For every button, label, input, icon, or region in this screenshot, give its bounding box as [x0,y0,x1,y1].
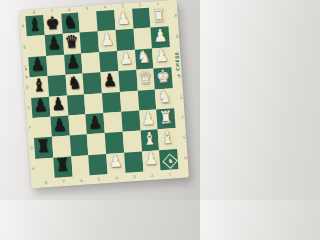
board-grid: ♝♚♞♟♜♟♛♟♟♟♟♟♞♟♝♞♟♛♚♟♟♞♟♟♟♜♜♝♝♜♟♟ [25,6,178,179]
black-pawn[interactable]: ♟ [51,96,66,114]
board-cell-h7[interactable]: ♜ [53,156,72,178]
fastener-dot [25,68,27,70]
black-pawn[interactable]: ♟ [103,72,118,90]
board-cell-h2[interactable]: ♟ [142,150,161,172]
coordinate-label: B [23,45,26,49]
white-pawn[interactable]: ♟ [154,48,169,66]
black-knight[interactable]: ♞ [63,13,78,31]
board-cell-b5[interactable] [80,32,99,54]
coordinate-label: 8 [33,11,36,15]
black-pawn[interactable]: ♟ [88,114,103,132]
diamond-shape: ♞ [163,154,178,169]
board-cell-d6[interactable]: ♞ [65,74,84,96]
white-knight[interactable]: ♞ [137,49,152,67]
board-cell-a5[interactable] [79,11,98,33]
board-cell-d4[interactable]: ♟ [100,71,119,93]
coordinate-label: 8 [45,181,48,185]
knight-logo-icon: ♞ [167,158,173,164]
board-cell-b4[interactable]: ♟ [98,30,117,52]
coordinate-label: A [22,25,25,29]
white-king[interactable]: ♚ [156,68,171,86]
black-rook[interactable]: ♜ [36,138,51,156]
white-queen[interactable]: ♛ [138,69,153,87]
board-cell-h6[interactable] [71,155,90,177]
black-pawn[interactable]: ♟ [52,116,67,134]
coordinate-label: B [176,34,179,38]
coordinate-label: G [183,136,186,140]
black-king[interactable]: ♚ [45,14,60,32]
coordinate-label: 7 [62,179,65,183]
white-bishop[interactable]: ♝ [160,129,175,147]
board-cell-b7[interactable]: ♟ [45,34,64,56]
coordinate-label: 3 [133,174,136,178]
board-cell-g1[interactable]: ♝ [158,128,177,150]
black-pawn[interactable]: ♟ [33,97,48,115]
board-cell-g5[interactable] [87,133,106,155]
coordinate-label: 1 [168,172,171,176]
board-cell-f4[interactable] [103,112,122,134]
brand-icon: ✦ [176,72,181,78]
white-rook[interactable]: ♜ [151,7,166,25]
coordinate-label: F [29,126,32,130]
coordinate-label: G [30,147,33,151]
black-bishop[interactable]: ♝ [32,77,47,95]
coordinate-label: E [180,95,183,99]
board-cell-g8[interactable]: ♜ [34,137,53,159]
coordinate-label: 5 [86,7,89,11]
black-queen[interactable]: ♛ [64,33,79,51]
black-rook[interactable]: ♜ [55,157,70,175]
board-cell-g6[interactable] [69,135,88,157]
white-pawn[interactable]: ♟ [116,9,131,27]
coordinate-label: 6 [80,178,83,182]
board-cell-d5[interactable] [83,72,102,94]
photo-background: ♝♚♞♟♜♟♛♟♟♟♟♟♞♟♝♞♟♛♚♟♟♞♟♟♟♜♜♝♝♜♟♟ 8765432… [0,0,200,200]
board-cell-f3[interactable] [121,110,140,132]
board-cell-a2[interactable] [132,8,151,30]
coordinate-label: D [26,86,29,90]
board-cell-c7[interactable] [46,54,65,76]
coordinate-label: 2 [139,3,142,7]
board-cell-h8[interactable] [35,157,54,179]
board-cell-f6[interactable] [68,114,87,136]
white-pawn[interactable]: ♟ [153,27,168,45]
coordinate-label: H [184,156,187,160]
white-bishop[interactable]: ♝ [142,130,157,148]
board-cell-a3[interactable]: ♟ [114,9,133,31]
coordinate-label: F [182,116,185,120]
black-bishop[interactable]: ♝ [28,16,43,34]
board-cell-h5[interactable] [88,154,107,176]
coordinate-label: 4 [103,6,106,10]
brand-logo: ♞ [163,154,177,168]
board-cell-c5[interactable] [81,52,100,74]
black-pawn[interactable]: ♟ [66,54,81,72]
coordinate-label: 7 [50,9,53,13]
chess-board: ♝♚♞♟♜♟♛♟♟♟♟♟♞♟♝♞♟♛♚♟♟♞♟♟♟♜♜♝♝♜♟♟ 8765432… [19,0,189,188]
board-cell-c3[interactable]: ♟ [117,50,136,72]
white-knight[interactable]: ♞ [157,88,172,106]
white-pawn[interactable]: ♟ [100,31,115,49]
white-pawn[interactable]: ♟ [144,150,159,168]
black-knight[interactable]: ♞ [67,74,82,92]
black-pawn[interactable]: ♟ [30,56,45,74]
coordinate-label: 4 [115,176,118,180]
coordinate-label: 6 [68,8,71,12]
board-cell-e8[interactable]: ♟ [31,96,50,118]
board-cell-e6[interactable] [66,94,85,116]
coordinate-label: 5 [98,177,101,181]
board-cell-f7[interactable]: ♟ [50,115,69,137]
black-pawn[interactable]: ♟ [47,35,62,53]
coordinate-label: A [174,14,177,18]
white-rook[interactable]: ♜ [159,109,174,127]
board-cell-a8[interactable]: ♝ [25,15,44,37]
board-cell-h3[interactable] [124,151,143,173]
white-pawn[interactable]: ♟ [108,153,123,171]
coordinate-label: E [27,106,30,110]
coordinate-label: 1 [157,2,160,6]
board-cell-e3[interactable] [120,90,139,112]
white-pawn[interactable]: ♟ [119,50,134,68]
board-cell-d3[interactable] [118,70,137,92]
white-pawn[interactable]: ♟ [141,110,156,128]
board-cell-e4[interactable] [102,91,121,113]
fastener-dot [25,76,27,78]
coordinate-label: 2 [151,173,154,177]
board-cell-f5[interactable]: ♟ [86,113,105,135]
board-cell-d2[interactable]: ♛ [136,69,155,91]
coordinate-label: H [31,167,34,171]
board-cell-h4[interactable]: ♟ [106,152,125,174]
board-cell-g3[interactable] [122,131,141,153]
coordinate-label: 3 [121,4,124,8]
